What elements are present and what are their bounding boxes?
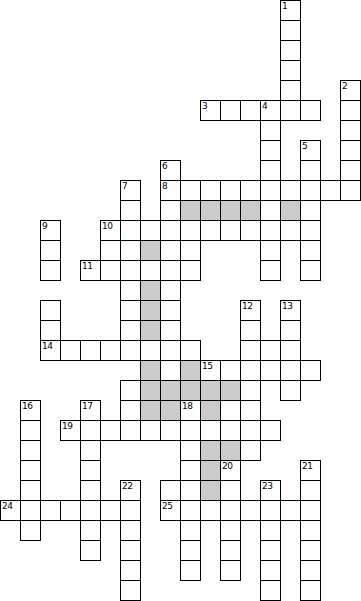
grid-cell[interactable]	[300, 220, 321, 241]
grid-cell[interactable]	[160, 420, 181, 441]
grid-cell[interactable]	[120, 280, 141, 301]
grid-cell[interactable]	[260, 160, 281, 181]
grid-cell[interactable]	[260, 560, 281, 581]
grid-cell[interactable]	[280, 80, 301, 101]
grid-cell[interactable]	[340, 160, 361, 181]
grid-cell[interactable]	[240, 220, 261, 241]
grid-cell[interactable]	[300, 520, 321, 541]
grid-cell[interactable]	[260, 240, 281, 261]
grid-cell[interactable]	[260, 520, 281, 541]
grid-cell[interactable]	[80, 420, 101, 441]
grid-cell[interactable]	[20, 400, 41, 421]
grid-cell[interactable]	[80, 340, 101, 361]
grid-cell[interactable]	[120, 560, 141, 581]
grid-cell[interactable]	[160, 180, 181, 201]
grid-cell[interactable]	[340, 80, 361, 101]
crossword-grid: 1234567891011121314151617181920212223242…	[0, 0, 361, 601]
grid-cell[interactable]	[180, 520, 201, 541]
grid-cell[interactable]	[260, 360, 281, 381]
grid-cell[interactable]	[80, 540, 101, 561]
grid-cell-shaded[interactable]	[140, 320, 161, 341]
grid-cell[interactable]	[120, 400, 141, 421]
grid-cell[interactable]	[260, 420, 281, 441]
grid-cell[interactable]	[200, 420, 221, 441]
grid-cell[interactable]	[280, 320, 301, 341]
grid-cell-shaded[interactable]	[200, 400, 221, 421]
grid-cell[interactable]	[140, 260, 161, 281]
grid-cell[interactable]	[40, 220, 61, 241]
grid-cell[interactable]	[160, 160, 181, 181]
grid-cell-shaded[interactable]	[140, 280, 161, 301]
grid-cell[interactable]	[160, 480, 181, 501]
grid-cell[interactable]	[140, 220, 161, 241]
grid-cell[interactable]	[280, 180, 301, 201]
grid-cell[interactable]	[240, 500, 261, 521]
grid-cell[interactable]	[240, 380, 261, 401]
grid-cell[interactable]	[280, 0, 301, 21]
grid-cell[interactable]	[200, 100, 221, 121]
grid-cell-shaded[interactable]	[200, 200, 221, 221]
grid-cell[interactable]	[300, 460, 321, 481]
grid-cell[interactable]	[240, 320, 261, 341]
grid-cell[interactable]	[120, 480, 141, 501]
grid-cell[interactable]	[100, 500, 121, 521]
grid-cell[interactable]	[40, 500, 61, 521]
grid-cell[interactable]	[280, 40, 301, 61]
grid-cell[interactable]	[300, 540, 321, 561]
grid-cell-shaded[interactable]	[200, 460, 221, 481]
grid-cell[interactable]	[300, 500, 321, 521]
grid-cell[interactable]	[300, 580, 321, 601]
grid-cell[interactable]	[20, 460, 41, 481]
grid-cell[interactable]	[120, 420, 141, 441]
grid-cell[interactable]	[120, 200, 141, 221]
grid-cell[interactable]	[160, 340, 181, 361]
grid-cell[interactable]	[240, 180, 261, 201]
grid-cell[interactable]	[120, 580, 141, 601]
grid-cell[interactable]	[120, 340, 141, 361]
grid-cell[interactable]	[280, 380, 301, 401]
grid-cell-shaded[interactable]	[140, 380, 161, 401]
grid-cell-shaded[interactable]	[280, 200, 301, 221]
grid-cell[interactable]	[220, 100, 241, 121]
grid-cell-shaded[interactable]	[140, 240, 161, 261]
grid-cell[interactable]	[40, 300, 61, 321]
grid-cell-shaded[interactable]	[140, 300, 161, 321]
grid-cell[interactable]	[200, 500, 221, 521]
grid-cell[interactable]	[100, 220, 121, 241]
grid-cell[interactable]	[220, 180, 241, 201]
grid-cell[interactable]	[260, 480, 281, 501]
grid-cell[interactable]	[180, 500, 201, 521]
grid-cell[interactable]	[180, 560, 201, 581]
grid-cell[interactable]	[300, 180, 321, 201]
grid-cell[interactable]	[140, 340, 161, 361]
grid-cell[interactable]	[300, 560, 321, 581]
grid-cell[interactable]	[260, 100, 281, 121]
grid-cell[interactable]	[120, 380, 141, 401]
grid-cell[interactable]	[180, 420, 201, 441]
grid-cell[interactable]	[180, 260, 201, 281]
grid-cell[interactable]	[120, 520, 141, 541]
grid-cell[interactable]	[80, 520, 101, 541]
grid-cell[interactable]	[40, 320, 61, 341]
grid-cell[interactable]	[220, 480, 241, 501]
grid-cell[interactable]	[300, 100, 321, 121]
grid-cell[interactable]	[220, 360, 241, 381]
grid-cell[interactable]	[220, 400, 241, 421]
grid-cell[interactable]	[260, 580, 281, 601]
grid-cell[interactable]	[320, 180, 341, 201]
grid-cell[interactable]	[60, 500, 81, 521]
grid-cell[interactable]	[280, 100, 301, 121]
grid-cell-shaded[interactable]	[220, 440, 241, 461]
grid-cell-shaded[interactable]	[140, 360, 161, 381]
grid-cell[interactable]	[180, 180, 201, 201]
grid-cell[interactable]	[340, 120, 361, 141]
grid-cell[interactable]	[260, 180, 281, 201]
grid-cell[interactable]	[180, 440, 201, 461]
grid-cell[interactable]	[200, 360, 221, 381]
grid-cell[interactable]	[260, 120, 281, 141]
grid-cell[interactable]	[240, 400, 261, 421]
grid-cell[interactable]	[300, 160, 321, 181]
grid-cell[interactable]	[260, 260, 281, 281]
grid-cell[interactable]	[40, 340, 61, 361]
grid-cell[interactable]	[300, 260, 321, 281]
grid-cell[interactable]	[200, 220, 221, 241]
grid-cell[interactable]	[160, 280, 181, 301]
grid-cell[interactable]	[20, 500, 41, 521]
grid-cell-shaded[interactable]	[140, 400, 161, 421]
grid-cell[interactable]	[300, 240, 321, 261]
grid-cell[interactable]	[220, 560, 241, 581]
grid-cell[interactable]	[260, 340, 281, 361]
grid-cell[interactable]	[160, 200, 181, 221]
grid-cell[interactable]	[120, 180, 141, 201]
grid-cell[interactable]	[100, 240, 121, 261]
grid-cell[interactable]	[40, 240, 61, 261]
grid-cell[interactable]	[160, 360, 181, 381]
grid-cell[interactable]	[260, 500, 281, 521]
grid-cell[interactable]	[220, 420, 241, 441]
grid-cell[interactable]	[0, 500, 21, 521]
grid-cell[interactable]	[180, 480, 201, 501]
grid-cell-shaded[interactable]	[240, 200, 261, 221]
grid-cell[interactable]	[120, 240, 141, 261]
grid-cell[interactable]	[80, 440, 101, 461]
grid-cell[interactable]	[120, 540, 141, 561]
grid-cell[interactable]	[200, 180, 221, 201]
grid-cell[interactable]	[60, 420, 81, 441]
grid-cell[interactable]	[80, 400, 101, 421]
grid-cell[interactable]	[240, 420, 261, 441]
grid-cell[interactable]	[240, 300, 261, 321]
grid-cell[interactable]	[160, 260, 181, 281]
grid-cell[interactable]	[160, 300, 181, 321]
grid-cell[interactable]	[220, 500, 241, 521]
grid-cell[interactable]	[300, 480, 321, 501]
grid-cell[interactable]	[260, 140, 281, 161]
grid-cell[interactable]	[120, 260, 141, 281]
grid-cell[interactable]	[40, 260, 61, 281]
grid-cell-shaded[interactable]	[200, 480, 221, 501]
grid-cell[interactable]	[160, 220, 181, 241]
grid-cell[interactable]	[120, 320, 141, 341]
grid-cell[interactable]	[180, 220, 201, 241]
grid-cell[interactable]	[260, 540, 281, 561]
grid-cell-shaded[interactable]	[180, 200, 201, 221]
grid-cell[interactable]	[160, 320, 181, 341]
grid-cell[interactable]	[240, 360, 261, 381]
grid-cell[interactable]	[300, 360, 321, 381]
grid-cell[interactable]	[340, 100, 361, 121]
grid-cell[interactable]	[340, 180, 361, 201]
grid-cell[interactable]	[120, 220, 141, 241]
grid-cell[interactable]	[280, 340, 301, 361]
grid-cell-shaded[interactable]	[180, 380, 201, 401]
grid-cell[interactable]	[60, 340, 81, 361]
grid-cell[interactable]	[180, 400, 201, 421]
grid-cell[interactable]	[240, 100, 261, 121]
grid-cell-shaded[interactable]	[220, 200, 241, 221]
grid-cell-shaded[interactable]	[220, 380, 241, 401]
grid-cell-shaded[interactable]	[180, 360, 201, 381]
grid-cell[interactable]	[280, 60, 301, 81]
grid-cell[interactable]	[300, 140, 321, 161]
grid-cell[interactable]	[180, 240, 201, 261]
grid-cell-shaded[interactable]	[160, 400, 181, 421]
grid-cell[interactable]	[160, 500, 181, 521]
grid-cell[interactable]	[180, 340, 201, 361]
grid-cell[interactable]	[180, 540, 201, 561]
grid-cell-shaded[interactable]	[200, 440, 221, 461]
grid-cell[interactable]	[20, 440, 41, 461]
grid-cell[interactable]	[340, 140, 361, 161]
grid-cell[interactable]	[240, 340, 261, 361]
grid-cell-shaded[interactable]	[160, 380, 181, 401]
grid-cell[interactable]	[120, 500, 141, 521]
grid-cell[interactable]	[80, 260, 101, 281]
grid-cell[interactable]	[260, 200, 281, 221]
grid-cell[interactable]	[20, 420, 41, 441]
grid-cell[interactable]	[220, 540, 241, 561]
grid-cell[interactable]	[280, 220, 301, 241]
grid-cell[interactable]	[300, 200, 321, 221]
grid-cell[interactable]	[100, 260, 121, 281]
grid-cell[interactable]	[20, 520, 41, 541]
grid-cell[interactable]	[20, 480, 41, 501]
grid-cell[interactable]	[120, 300, 141, 321]
grid-cell[interactable]	[180, 460, 201, 481]
grid-cell[interactable]	[140, 420, 161, 441]
grid-cell-shaded[interactable]	[200, 380, 221, 401]
grid-cell[interactable]	[280, 20, 301, 41]
grid-cell[interactable]	[100, 340, 121, 361]
grid-cell[interactable]	[80, 500, 101, 521]
grid-cell[interactable]	[100, 420, 121, 441]
grid-cell[interactable]	[260, 220, 281, 241]
grid-cell[interactable]	[220, 520, 241, 541]
grid-cell[interactable]	[220, 220, 241, 241]
grid-cell[interactable]	[80, 480, 101, 501]
grid-cell[interactable]	[240, 440, 261, 461]
grid-cell[interactable]	[80, 460, 101, 481]
grid-cell[interactable]	[280, 500, 301, 521]
grid-cell[interactable]	[160, 240, 181, 261]
grid-cell[interactable]	[220, 460, 241, 481]
grid-cell[interactable]	[280, 300, 301, 321]
grid-cell[interactable]	[280, 360, 301, 381]
